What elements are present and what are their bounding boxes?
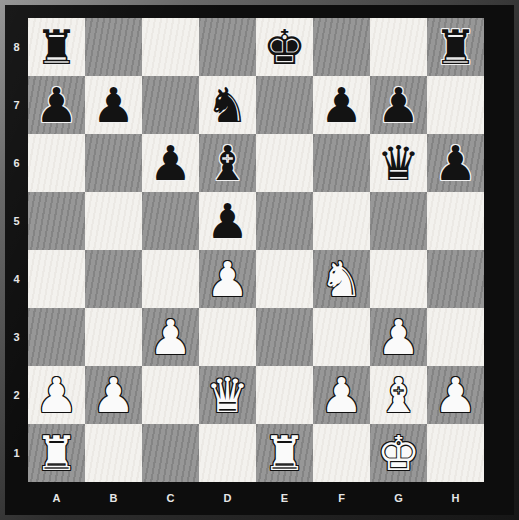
rank-label-5: 5 <box>5 192 28 250</box>
file-label-a: A <box>28 484 85 511</box>
square-b3[interactable] <box>85 308 142 366</box>
black-pawn-f7[interactable]: ♟ <box>320 76 363 134</box>
square-c5[interactable] <box>142 192 199 250</box>
black-pawn-d5[interactable]: ♟ <box>206 192 249 250</box>
white-rook-a1[interactable]: ♜ <box>35 424 78 482</box>
rank-label-2: 2 <box>5 366 28 424</box>
square-e5[interactable] <box>256 192 313 250</box>
file-labels: ABCDEFGH <box>28 484 484 511</box>
square-a2[interactable]: ♟ <box>28 366 85 424</box>
white-pawn-c3[interactable]: ♟ <box>149 308 192 366</box>
white-pawn-g3[interactable]: ♟ <box>377 308 420 366</box>
square-h7[interactable] <box>427 76 484 134</box>
square-h4[interactable] <box>427 250 484 308</box>
file-label-g: G <box>370 484 427 511</box>
square-a6[interactable] <box>28 134 85 192</box>
square-b5[interactable] <box>85 192 142 250</box>
square-g7[interactable]: ♟ <box>370 76 427 134</box>
black-pawn-a7[interactable]: ♟ <box>35 76 78 134</box>
square-a8[interactable]: ♜ <box>28 18 85 76</box>
white-queen-d2[interactable]: ♛ <box>206 366 249 424</box>
square-d3[interactable] <box>199 308 256 366</box>
square-g8[interactable] <box>370 18 427 76</box>
rank-label-4: 4 <box>5 250 28 308</box>
square-c2[interactable] <box>142 366 199 424</box>
black-rook-h8[interactable]: ♜ <box>434 18 477 76</box>
square-c8[interactable] <box>142 18 199 76</box>
square-f1[interactable] <box>313 424 370 482</box>
white-king-g1[interactable]: ♚ <box>377 424 420 482</box>
square-b6[interactable] <box>85 134 142 192</box>
square-h8[interactable]: ♜ <box>427 18 484 76</box>
square-c4[interactable] <box>142 250 199 308</box>
square-g2[interactable]: ♝ <box>370 366 427 424</box>
square-a3[interactable] <box>28 308 85 366</box>
square-c1[interactable] <box>142 424 199 482</box>
square-f8[interactable] <box>313 18 370 76</box>
white-rook-e1[interactable]: ♜ <box>263 424 306 482</box>
file-label-d: D <box>199 484 256 511</box>
square-d2[interactable]: ♛ <box>199 366 256 424</box>
square-b4[interactable] <box>85 250 142 308</box>
square-b7[interactable]: ♟ <box>85 76 142 134</box>
square-e4[interactable] <box>256 250 313 308</box>
square-a4[interactable] <box>28 250 85 308</box>
black-bishop-d6[interactable]: ♝ <box>206 134 249 192</box>
white-knight-f4[interactable]: ♞ <box>320 250 363 308</box>
chessboard-frame: 87654321 ♜♚♜♟♟♞♟♟♟♝♛♟♟♟♞♟♟♟♟♛♟♝♟♜♜♚ ABCD… <box>0 0 519 520</box>
file-label-h: H <box>427 484 484 511</box>
rank-label-8: 8 <box>5 18 28 76</box>
white-pawn-b2[interactable]: ♟ <box>92 366 135 424</box>
square-b1[interactable] <box>85 424 142 482</box>
chessboard[interactable]: ♜♚♜♟♟♞♟♟♟♝♛♟♟♟♞♟♟♟♟♛♟♝♟♜♜♚ <box>28 18 484 482</box>
square-d7[interactable]: ♞ <box>199 76 256 134</box>
black-queen-g6[interactable]: ♛ <box>377 134 420 192</box>
black-pawn-c6[interactable]: ♟ <box>149 134 192 192</box>
square-g5[interactable] <box>370 192 427 250</box>
square-e2[interactable] <box>256 366 313 424</box>
square-g4[interactable] <box>370 250 427 308</box>
white-bishop-g2[interactable]: ♝ <box>377 366 420 424</box>
file-label-f: F <box>313 484 370 511</box>
file-label-b: B <box>85 484 142 511</box>
black-knight-d7[interactable]: ♞ <box>206 76 249 134</box>
square-c7[interactable] <box>142 76 199 134</box>
square-f5[interactable] <box>313 192 370 250</box>
square-c6[interactable]: ♟ <box>142 134 199 192</box>
square-d6[interactable]: ♝ <box>199 134 256 192</box>
black-pawn-b7[interactable]: ♟ <box>92 76 135 134</box>
white-pawn-a2[interactable]: ♟ <box>35 366 78 424</box>
square-e8[interactable]: ♚ <box>256 18 313 76</box>
square-e6[interactable] <box>256 134 313 192</box>
square-f3[interactable] <box>313 308 370 366</box>
rank-label-3: 3 <box>5 308 28 366</box>
square-h3[interactable] <box>427 308 484 366</box>
square-d4[interactable]: ♟ <box>199 250 256 308</box>
square-h5[interactable] <box>427 192 484 250</box>
white-pawn-f2[interactable]: ♟ <box>320 366 363 424</box>
rank-label-6: 6 <box>5 134 28 192</box>
square-c3[interactable]: ♟ <box>142 308 199 366</box>
rank-label-7: 7 <box>5 76 28 134</box>
square-g1[interactable]: ♚ <box>370 424 427 482</box>
square-e7[interactable] <box>256 76 313 134</box>
file-label-e: E <box>256 484 313 511</box>
square-a1[interactable]: ♜ <box>28 424 85 482</box>
square-f7[interactable]: ♟ <box>313 76 370 134</box>
square-d1[interactable] <box>199 424 256 482</box>
black-pawn-h6[interactable]: ♟ <box>434 134 477 192</box>
square-g6[interactable]: ♛ <box>370 134 427 192</box>
square-f4[interactable]: ♞ <box>313 250 370 308</box>
square-h6[interactable]: ♟ <box>427 134 484 192</box>
square-h1[interactable] <box>427 424 484 482</box>
square-f6[interactable] <box>313 134 370 192</box>
rank-label-1: 1 <box>5 424 28 482</box>
square-b2[interactable]: ♟ <box>85 366 142 424</box>
white-pawn-h2[interactable]: ♟ <box>434 366 477 424</box>
square-g3[interactable]: ♟ <box>370 308 427 366</box>
square-e1[interactable]: ♜ <box>256 424 313 482</box>
file-label-c: C <box>142 484 199 511</box>
square-d8[interactable] <box>199 18 256 76</box>
board-border: 87654321 ♜♚♜♟♟♞♟♟♟♝♛♟♟♟♞♟♟♟♟♛♟♝♟♜♜♚ ABCD… <box>5 5 514 515</box>
square-e3[interactable] <box>256 308 313 366</box>
white-pawn-d4[interactable]: ♟ <box>206 250 249 308</box>
square-d5[interactable]: ♟ <box>199 192 256 250</box>
rank-labels: 87654321 <box>5 18 28 482</box>
black-king-e8[interactable]: ♚ <box>263 18 306 76</box>
black-rook-a8[interactable]: ♜ <box>35 18 78 76</box>
black-pawn-g7[interactable]: ♟ <box>377 76 420 134</box>
square-a5[interactable] <box>28 192 85 250</box>
square-b8[interactable] <box>85 18 142 76</box>
square-h2[interactable]: ♟ <box>427 366 484 424</box>
square-f2[interactable]: ♟ <box>313 366 370 424</box>
square-a7[interactable]: ♟ <box>28 76 85 134</box>
